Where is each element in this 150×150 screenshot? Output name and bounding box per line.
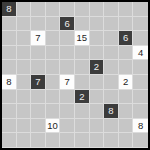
board-cell-empty[interactable] — [119, 2, 134, 17]
board-cell-empty[interactable] — [133, 75, 148, 90]
board-cell-empty[interactable] — [46, 2, 61, 17]
board-cell-empty[interactable] — [17, 119, 32, 134]
board-cell-empty[interactable] — [104, 75, 119, 90]
board-cell-empty[interactable] — [31, 46, 46, 61]
board-cell-empty[interactable] — [17, 90, 32, 105]
board-cell-empty[interactable] — [104, 119, 119, 134]
board-cell-empty[interactable] — [75, 2, 90, 17]
board-cell-empty[interactable] — [46, 133, 61, 148]
board-cell-empty[interactable] — [90, 104, 105, 119]
board-cell-empty[interactable] — [31, 60, 46, 75]
board-cell-empty[interactable] — [46, 46, 61, 61]
clue-number: 7 — [35, 33, 40, 43]
clue-cell-white[interactable]: 15 — [75, 31, 90, 46]
clue-number: 10 — [47, 121, 58, 131]
board-cell-empty[interactable] — [31, 2, 46, 17]
board-cell-empty[interactable] — [17, 60, 32, 75]
clue-number: 15 — [77, 33, 88, 43]
board-cell-empty[interactable] — [75, 46, 90, 61]
board-cell-empty[interactable] — [104, 2, 119, 17]
board-cell-empty[interactable] — [17, 104, 32, 119]
board-cell-empty[interactable] — [90, 46, 105, 61]
board-cell-empty[interactable] — [104, 133, 119, 148]
board-cell-empty[interactable] — [60, 60, 75, 75]
board-cell-empty[interactable] — [2, 104, 17, 119]
board-cell-empty[interactable] — [2, 17, 17, 32]
clue-number: 7 — [35, 77, 40, 87]
clue-number: 8 — [108, 106, 113, 116]
board-cell-empty[interactable] — [90, 31, 105, 46]
board-cell-empty[interactable] — [60, 31, 75, 46]
clue-cell-white[interactable]: 8 — [2, 75, 17, 90]
board-cell-empty[interactable] — [31, 119, 46, 134]
clue-cell-white[interactable]: 8 — [133, 119, 148, 134]
board-cell-empty[interactable] — [75, 119, 90, 134]
board-cell-empty[interactable] — [90, 133, 105, 148]
board-cell-empty[interactable] — [133, 2, 148, 17]
board-cell-empty[interactable] — [90, 17, 105, 32]
board-cell-empty[interactable] — [133, 60, 148, 75]
board-cell-empty[interactable] — [90, 75, 105, 90]
clue-number: 8 — [138, 121, 143, 131]
board-cell-empty[interactable] — [60, 119, 75, 134]
board-cell-empty[interactable] — [104, 17, 119, 32]
board-cell-empty[interactable] — [119, 119, 134, 134]
board-cell-empty[interactable] — [75, 17, 90, 32]
clue-cell-black[interactable]: 6 — [60, 17, 75, 32]
board-cell-empty[interactable] — [17, 17, 32, 32]
board-cell-empty[interactable] — [46, 60, 61, 75]
clue-number: 8 — [6, 4, 11, 14]
board-cell-empty[interactable] — [104, 46, 119, 61]
board-cell-empty[interactable] — [90, 119, 105, 134]
board-cell-empty[interactable] — [119, 60, 134, 75]
board-cell-empty[interactable] — [17, 133, 32, 148]
board-cell-empty[interactable] — [104, 31, 119, 46]
board-cell-empty[interactable] — [46, 75, 61, 90]
board-cell-empty[interactable] — [133, 133, 148, 148]
board-cell-empty[interactable] — [119, 104, 134, 119]
board-cell-empty[interactable] — [133, 17, 148, 32]
board-cell-empty[interactable] — [90, 90, 105, 105]
clue-cell-white[interactable]: 10 — [46, 119, 61, 134]
board-cell-empty[interactable] — [75, 60, 90, 75]
board-cell-empty[interactable] — [75, 133, 90, 148]
board-cell-empty[interactable] — [104, 60, 119, 75]
board-cell-empty[interactable] — [90, 2, 105, 17]
board-cell-empty[interactable] — [31, 133, 46, 148]
board-cell-empty[interactable] — [119, 90, 134, 105]
clue-cell-black[interactable]: 8 — [104, 104, 119, 119]
board-cell-empty[interactable] — [46, 31, 61, 46]
clue-cell-black[interactable]: 8 — [2, 2, 17, 17]
board-cell-empty[interactable] — [31, 90, 46, 105]
board-cell-empty[interactable] — [46, 17, 61, 32]
board-cell-empty[interactable] — [31, 17, 46, 32]
clue-cell-black[interactable]: 2 — [75, 90, 90, 105]
board-cell-empty[interactable] — [2, 60, 17, 75]
puzzle-board: 86715642877228108 — [0, 0, 150, 150]
board-cell-empty[interactable] — [75, 104, 90, 119]
board-cell-empty[interactable] — [17, 31, 32, 46]
board-cell-empty[interactable] — [17, 75, 32, 90]
clue-number: 2 — [123, 77, 128, 87]
board-cell-empty[interactable] — [60, 2, 75, 17]
board-cell-empty[interactable] — [17, 46, 32, 61]
clue-number: 6 — [65, 19, 70, 29]
board-cell-empty[interactable] — [133, 31, 148, 46]
clue-number: 8 — [6, 77, 11, 87]
board-cell-empty[interactable] — [2, 46, 17, 61]
board-cell-empty[interactable] — [60, 133, 75, 148]
clue-cell-white[interactable]: 7 — [60, 75, 75, 90]
board-cell-empty[interactable] — [104, 90, 119, 105]
clue-cell-black[interactable]: 2 — [90, 60, 105, 75]
board-cell-empty[interactable] — [119, 17, 134, 32]
board-cell-empty[interactable] — [2, 119, 17, 134]
board-cell-empty[interactable] — [46, 90, 61, 105]
board-cell-empty[interactable] — [75, 75, 90, 90]
board-cell-empty[interactable] — [17, 2, 32, 17]
clue-cell-black[interactable]: 6 — [119, 31, 134, 46]
board-cell-empty[interactable] — [133, 90, 148, 105]
clue-cell-white[interactable]: 2 — [119, 75, 134, 90]
clue-number: 4 — [138, 48, 143, 58]
clue-number: 6 — [123, 33, 128, 43]
board-cell-empty[interactable] — [46, 104, 61, 119]
board-cell-empty[interactable] — [60, 90, 75, 105]
clue-number: 2 — [94, 62, 99, 72]
board-cell-empty[interactable] — [2, 31, 17, 46]
clue-number: 7 — [65, 77, 70, 87]
board-cell-empty[interactable] — [2, 133, 17, 148]
clue-cell-black[interactable]: 7 — [31, 75, 46, 90]
clue-cell-white[interactable]: 7 — [31, 31, 46, 46]
board-cell-empty[interactable] — [60, 46, 75, 61]
board-cell-empty[interactable] — [133, 104, 148, 119]
board-cell-empty[interactable] — [60, 104, 75, 119]
board-cell-empty[interactable] — [2, 90, 17, 105]
clue-number: 2 — [79, 92, 84, 102]
board-cell-empty[interactable] — [31, 104, 46, 119]
clue-cell-white[interactable]: 4 — [133, 46, 148, 61]
board-cell-empty[interactable] — [119, 46, 134, 61]
board-cell-empty[interactable] — [119, 133, 134, 148]
